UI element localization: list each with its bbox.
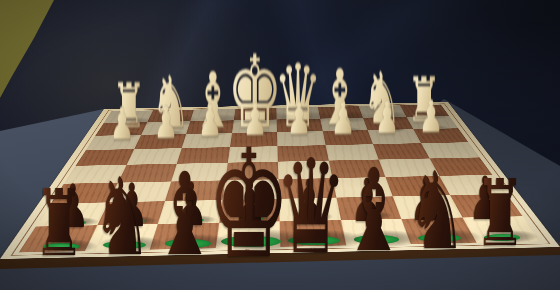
black-bishop-f8: ♝	[154, 158, 217, 272]
white-pawn-b2: ♟	[375, 96, 400, 141]
white-pawn-h2: ♟	[109, 101, 134, 146]
white-pawn-g2: ♟	[154, 100, 179, 145]
pieces-layer: ♜♞♝♛♚♝♞♜♟♟♟♟♟♟♟♟♟♟♟♟♟♟♟♟♜♞♝♛♚♝♞♜	[0, 0, 560, 290]
black-knight-g8: ♞	[93, 164, 153, 271]
black-rook-h8: ♜	[34, 177, 85, 269]
black-bishop-c8: ♝	[343, 154, 406, 268]
photo-scene: HGFEDCBA ♜♞♝♛♚♝♞♜♟♟♟♟♟♟♟♟♟♟♟♟♟♟♟♟♜♞♝♛♚♝♞…	[0, 0, 560, 290]
white-pawn-a2: ♟	[419, 95, 444, 140]
black-king-e8: ♚	[207, 129, 290, 279]
black-knight-b8: ♞	[408, 158, 467, 265]
black-rook-a8: ♜	[475, 168, 526, 260]
